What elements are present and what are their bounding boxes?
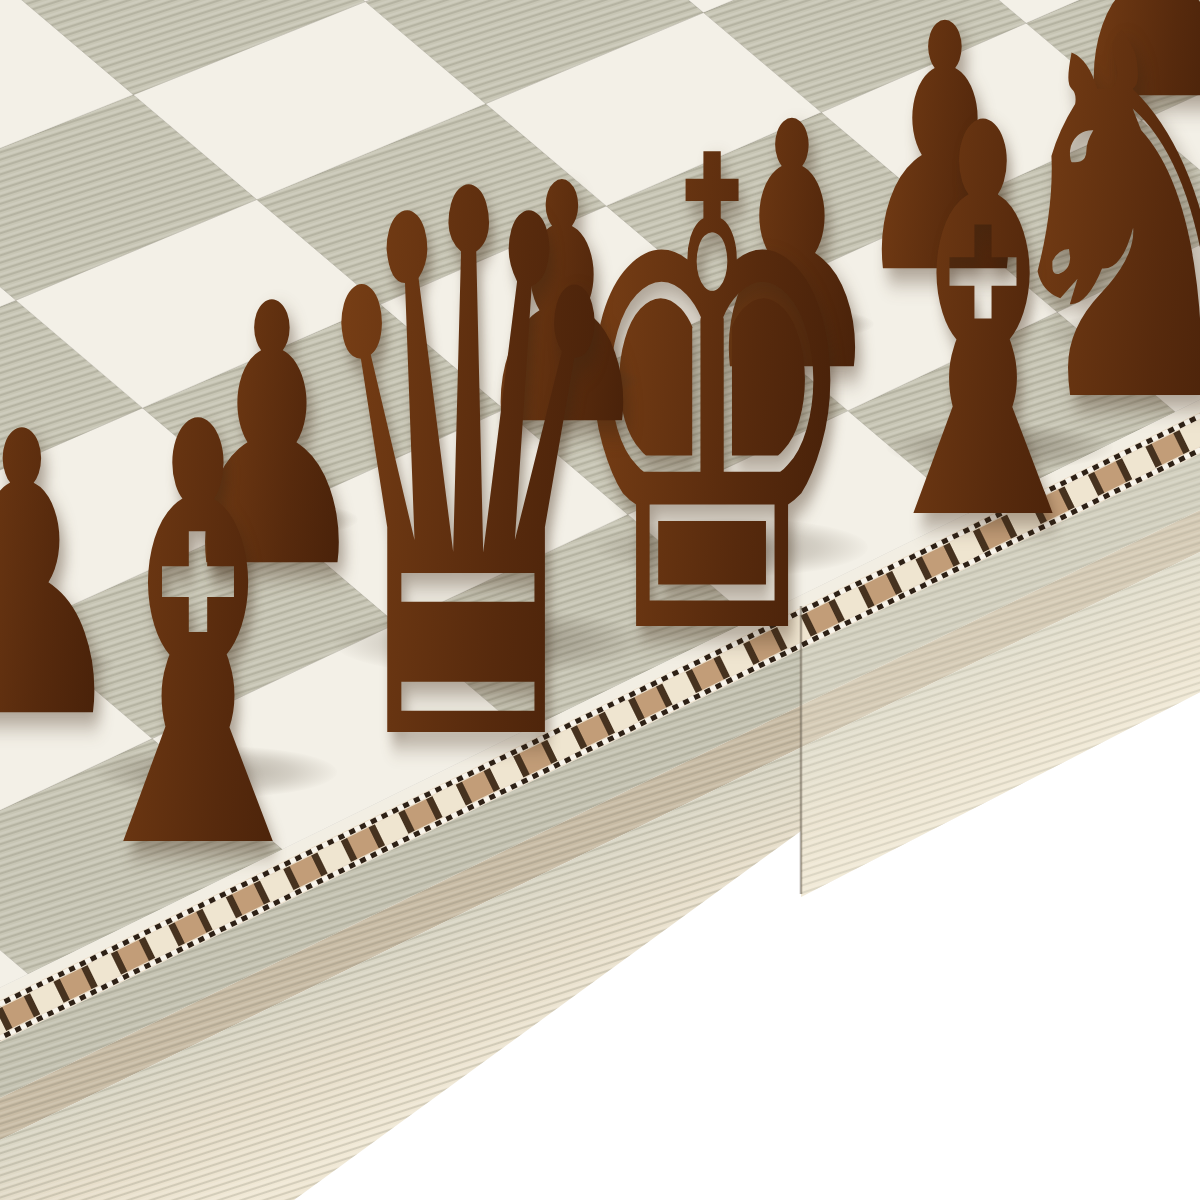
chess-set-photo: ♟♞♟♝♟♚♟♛♟♝♟ Overhead angled photo of a f…: [0, 0, 1200, 1200]
chess-piece-pawn-b2: ♟: [0, 382, 264, 772]
pieces-layer: ♟♞♟♝♟♚♟♛♟♝♟: [0, 0, 1200, 1200]
